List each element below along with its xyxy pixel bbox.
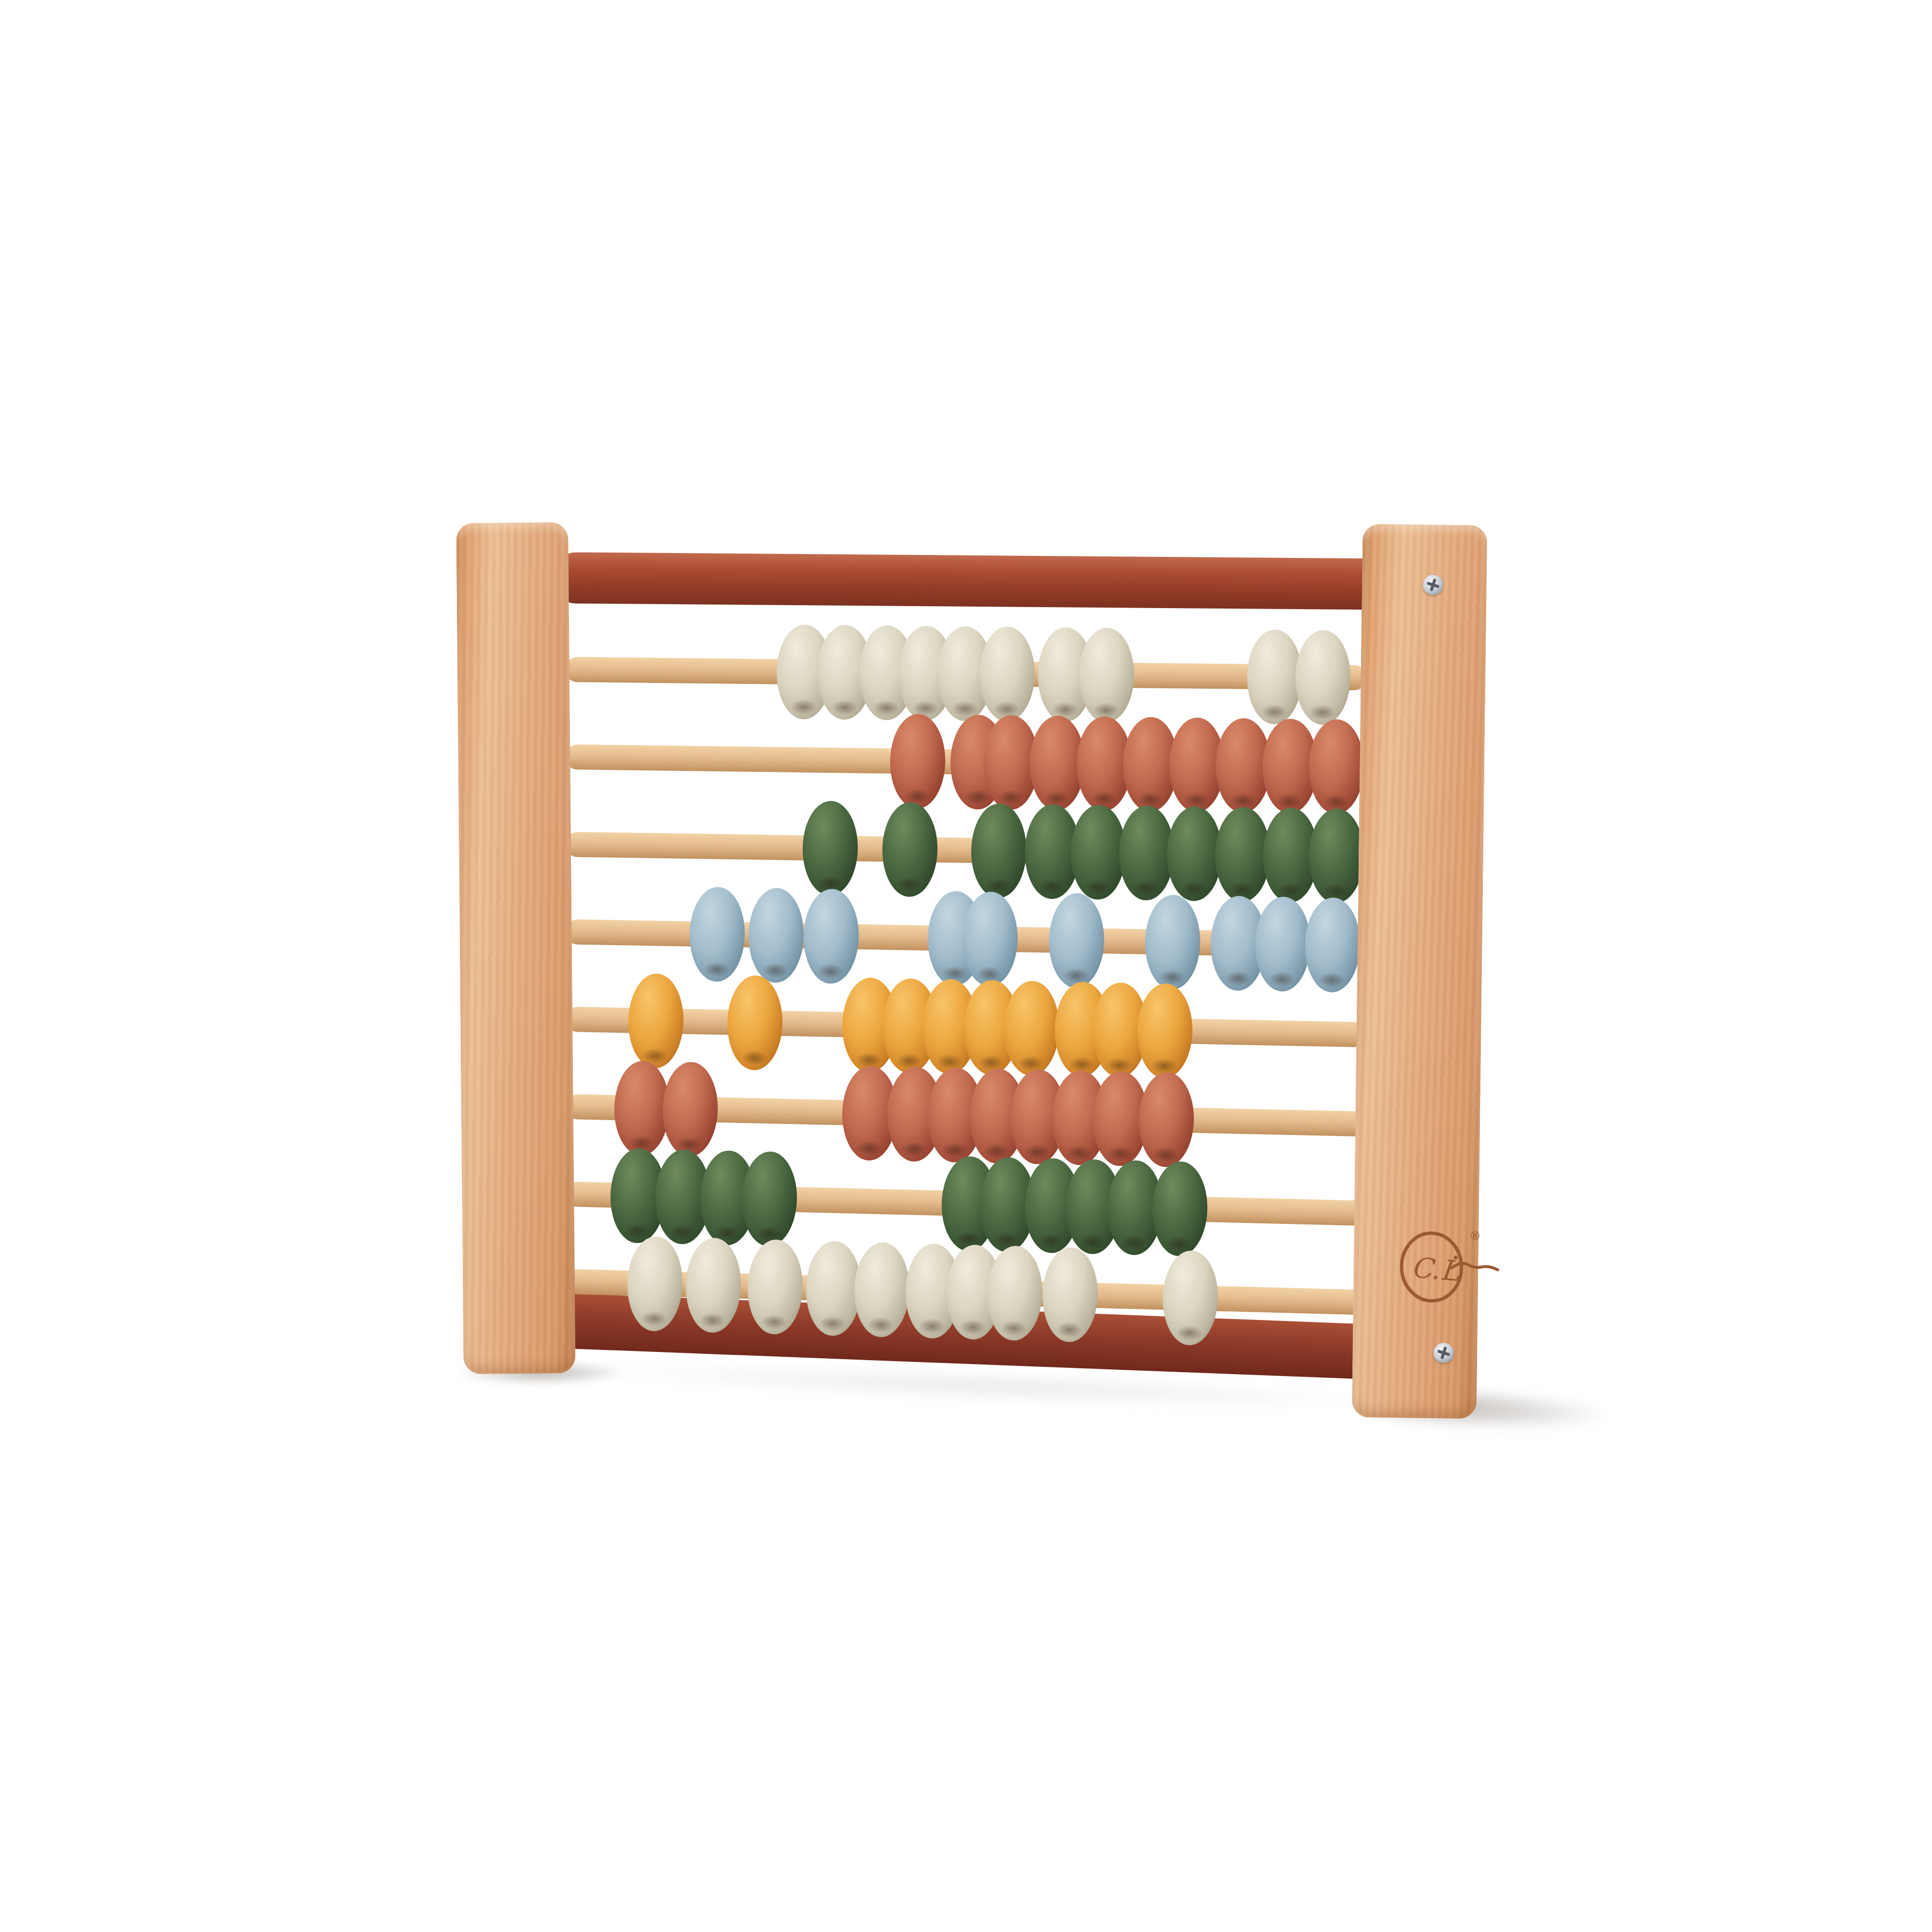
bead-cream-r1-9[interactable]	[1247, 629, 1303, 724]
bead-green-r3-7[interactable]	[1166, 806, 1222, 902]
rows	[0, 0, 1932, 1932]
bead-green-r7-4[interactable]	[741, 1151, 798, 1247]
screw-icon	[1423, 575, 1443, 595]
rod-row-6	[565, 1094, 1367, 1136]
bead-green-r7-10[interactable]	[1151, 1161, 1209, 1257]
bead-yellow-r5-10[interactable]	[1136, 983, 1193, 1079]
bead-rust-r6-2[interactable]	[662, 1061, 719, 1157]
rod-row-1	[565, 657, 1367, 690]
bead-yellow-r5-2[interactable]	[726, 975, 783, 1071]
bead-cream-r8-4[interactable]	[805, 1240, 862, 1336]
bead-green-r3-1[interactable]	[802, 800, 859, 896]
rod-row-3	[565, 832, 1367, 869]
rod-row-8	[565, 1269, 1367, 1315]
bead-blue-r4-9[interactable]	[1254, 896, 1311, 992]
bead-green-r3-8[interactable]	[1214, 807, 1271, 902]
bead-green-r3-3[interactable]	[970, 803, 1027, 899]
bead-blue-r4-6[interactable]	[1048, 893, 1105, 988]
logo-monogram: C.L	[1410, 1251, 1461, 1288]
bead-blue-r4-3[interactable]	[803, 889, 859, 984]
logo-registered-mark: ®	[1469, 1229, 1481, 1243]
bead-cream-r8-9[interactable]	[1041, 1247, 1099, 1343]
bead-blue-r4-7[interactable]	[1144, 895, 1201, 990]
left-post	[456, 522, 575, 1374]
rod-row-2	[565, 744, 1367, 780]
bead-cream-r8-2[interactable]	[684, 1237, 742, 1334]
bead-green-r3-10[interactable]	[1308, 808, 1364, 904]
bead-blue-r4-2[interactable]	[748, 888, 804, 983]
bead-green-r3-6[interactable]	[1118, 805, 1175, 901]
photo-scene: C.L ®	[0, 0, 1932, 1932]
bead-cream-r8-5[interactable]	[853, 1242, 910, 1338]
bead-yellow-r5-1[interactable]	[627, 973, 684, 1069]
bead-blue-r4-10[interactable]	[1304, 897, 1361, 993]
bead-cream-r1-6[interactable]	[979, 626, 1035, 722]
bead-green-r3-2[interactable]	[881, 802, 938, 897]
bead-green-r3-5[interactable]	[1070, 805, 1126, 900]
screw-icon	[1434, 1343, 1454, 1363]
rod-row-4	[565, 919, 1367, 958]
rod-row-7	[565, 1181, 1367, 1226]
brand-logo: C.L ®	[1390, 1217, 1504, 1317]
bead-rust-r6-1[interactable]	[613, 1060, 670, 1156]
rod-row-5	[565, 1007, 1367, 1047]
bead-rust-r6-10[interactable]	[1138, 1072, 1195, 1167]
bead-rust-r2-10[interactable]	[1308, 719, 1364, 814]
bead-cream-r1-8[interactable]	[1078, 627, 1134, 723]
bead-cream-r1-10[interactable]	[1295, 630, 1351, 725]
bead-cream-r8-10[interactable]	[1162, 1250, 1219, 1346]
bead-rust-r2-1[interactable]	[890, 714, 946, 809]
bead-cream-r8-3[interactable]	[746, 1239, 804, 1335]
bead-cream-r8-1[interactable]	[626, 1236, 683, 1332]
bead-blue-r4-1[interactable]	[689, 886, 746, 982]
